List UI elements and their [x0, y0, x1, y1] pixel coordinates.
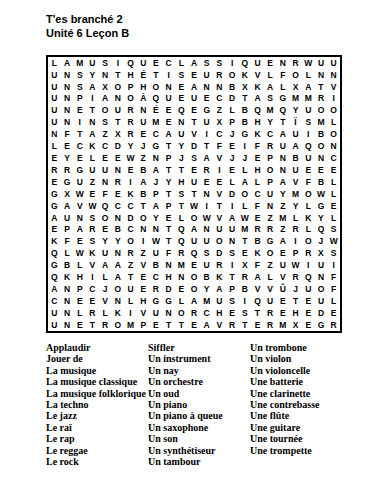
grid-cell: L	[86, 152, 99, 164]
grid-cell: Ï	[289, 117, 302, 129]
grid-cell: P	[226, 283, 239, 295]
grid-cell: C	[150, 128, 163, 140]
grid-cell: R	[99, 319, 112, 331]
grid-cell: T	[188, 188, 201, 200]
grid-cell: B	[315, 128, 328, 140]
grid-cell: R	[124, 105, 137, 117]
grid-cell: Û	[277, 283, 290, 295]
grid-cell: U	[315, 295, 328, 307]
grid-cell: P	[73, 93, 86, 105]
grid-cell: Z	[124, 260, 137, 272]
grid-cell: Q	[48, 271, 61, 283]
grid-cell: U	[48, 81, 61, 93]
grid-cell: N	[277, 152, 290, 164]
grid-cell: G	[238, 128, 251, 140]
grid-cell: I	[86, 93, 99, 105]
grid-cell: Y	[289, 105, 302, 117]
grid-cell: V	[213, 212, 226, 224]
grid-cell: E	[226, 164, 239, 176]
grid-cell: Y	[86, 69, 99, 81]
grid-cell: P	[289, 248, 302, 260]
grid-cell: V	[251, 69, 264, 81]
word-list-item: Une contrebasse	[250, 399, 360, 410]
grid-cell: C	[213, 93, 226, 105]
grid-cell: N	[61, 81, 74, 93]
book-title: T'es branché 2	[46, 13, 123, 25]
grid-cell: K	[251, 128, 264, 140]
grid-cell: W	[238, 212, 251, 224]
grid-cell: O	[111, 319, 124, 331]
grid-cell: B	[61, 260, 74, 272]
grid-cell: A	[137, 176, 150, 188]
grid-cell: Q	[175, 224, 188, 236]
grid-cell: X	[99, 81, 112, 93]
grid-cell: U	[188, 176, 201, 188]
grid-cell: A	[73, 224, 86, 236]
grid-cell: F	[61, 128, 74, 140]
grid-cell: R	[264, 224, 277, 236]
grid-cell: X	[238, 260, 251, 272]
grid-cell: E	[137, 128, 150, 140]
grid-cell: C	[73, 140, 86, 152]
grid-cell: F	[61, 236, 74, 248]
grid-cell: G	[315, 200, 328, 212]
grid-cell: N	[111, 295, 124, 307]
grid-cell: W	[73, 248, 86, 260]
grid-cell: B	[238, 105, 251, 117]
grid-cell: L	[289, 212, 302, 224]
grid-cell: Q	[238, 57, 251, 69]
grid-cell: X	[315, 248, 328, 260]
grid-cell: S	[175, 188, 188, 200]
grid-cell: U	[277, 260, 290, 272]
grid-cell: S	[264, 93, 277, 105]
grid-cell: E	[213, 176, 226, 188]
grid-cell: E	[175, 283, 188, 295]
grid-cell: E	[188, 164, 201, 176]
grid-cell: K	[86, 140, 99, 152]
grid-cell: U	[162, 93, 175, 105]
grid-cell: U	[289, 164, 302, 176]
grid-cell: N	[213, 81, 226, 93]
grid-cell: D	[188, 140, 201, 152]
grid-cell: I	[200, 128, 213, 140]
grid-cell: L	[264, 69, 277, 81]
grid-cell: R	[327, 319, 340, 331]
grid-cell: I	[137, 236, 150, 248]
grid-cell: K	[86, 248, 99, 260]
grid-cell: A	[200, 319, 213, 331]
word-list-item: La musique folklorique	[46, 388, 148, 399]
grid-cell: O	[264, 164, 277, 176]
grid-cell: U	[124, 283, 137, 295]
grid-cell: M	[150, 117, 163, 129]
grid-cell: M	[315, 117, 328, 129]
grid-cell: A	[251, 271, 264, 283]
grid-cell: O	[137, 212, 150, 224]
grid-cell: K	[111, 307, 124, 319]
word-list-item: Un trombone	[250, 342, 360, 353]
grid-cell: E	[99, 152, 112, 164]
grid-cell: G	[315, 319, 328, 331]
grid-cell: G	[150, 295, 163, 307]
grid-cell: T	[188, 117, 201, 129]
grid-cell: N	[111, 164, 124, 176]
grid-cell: A	[99, 93, 112, 105]
grid-cell: E	[162, 117, 175, 129]
grid-cell: L	[264, 271, 277, 283]
grid-cell: R	[289, 271, 302, 283]
grid-cell: V	[73, 200, 86, 212]
grid-cell: C	[150, 271, 163, 283]
grid-cell: X	[213, 117, 226, 129]
grid-cell: U	[48, 319, 61, 331]
grid-cell: A	[61, 57, 74, 69]
grid-cell: Q	[99, 200, 112, 212]
grid-cell: X	[289, 81, 302, 93]
grid-cell: N	[226, 236, 239, 248]
grid-cell: D	[213, 248, 226, 260]
grid-cell: G	[277, 93, 290, 105]
grid-cell: E	[327, 307, 340, 319]
grid-cell: Z	[137, 248, 150, 260]
grid-cell: U	[99, 164, 112, 176]
grid-cell: V	[213, 152, 226, 164]
grid-cell: E	[73, 236, 86, 248]
grid-cell: T	[86, 319, 99, 331]
grid-cell: U	[150, 307, 163, 319]
grid-cell: R	[61, 164, 74, 176]
grid-cell: C	[251, 188, 264, 200]
grid-cell: S	[73, 81, 86, 93]
grid-cell: K	[238, 69, 251, 81]
grid-cell: G	[48, 260, 61, 272]
grid-cell: Q	[124, 57, 137, 69]
grid-cell: J	[175, 152, 188, 164]
grid-cell: V	[188, 128, 201, 140]
grid-cell: N	[61, 69, 74, 81]
grid-cell: A	[226, 212, 239, 224]
grid-cell: J	[150, 176, 163, 188]
grid-cell: R	[264, 307, 277, 319]
grid-cell: U	[48, 93, 61, 105]
grid-cell: Y	[200, 283, 213, 295]
grid-cell: K	[251, 248, 264, 260]
grid-cell: C	[162, 57, 175, 69]
grid-cell: O	[302, 236, 315, 248]
grid-cell: L	[226, 176, 239, 188]
grid-cell: N	[111, 93, 124, 105]
grid-cell: I	[226, 260, 239, 272]
grid-cell: S	[73, 69, 86, 81]
grid-cell: G	[264, 236, 277, 248]
grid-cell: L	[302, 69, 315, 81]
grid-cell: U	[48, 307, 61, 319]
grid-cell: E	[277, 248, 290, 260]
grid-cell: E	[137, 283, 150, 295]
grid-cell: É	[137, 69, 150, 81]
grid-cell: L	[226, 105, 239, 117]
grid-cell: A	[188, 81, 201, 93]
grid-cell: U	[315, 57, 328, 69]
grid-cell: H	[251, 117, 264, 129]
grid-cell: A	[188, 224, 201, 236]
grid-cell: V	[213, 188, 226, 200]
grid-cell: O	[289, 69, 302, 81]
grid-cell: O	[150, 81, 163, 93]
grid-cell: R	[86, 307, 99, 319]
word-search-grid: LAMUSIQUECLASSIQUENRWUUUNSYNTHÉTISEUROKV…	[46, 55, 342, 333]
grid-cell: U	[302, 105, 315, 117]
word-list-item: Une batterie	[250, 376, 360, 387]
grid-cell: G	[61, 176, 74, 188]
grid-cell: U	[226, 224, 239, 236]
grid-cell: Q	[251, 295, 264, 307]
grid-cell: U	[86, 164, 99, 176]
grid-cell: N	[150, 224, 163, 236]
grid-cell: Y	[61, 152, 74, 164]
grid-cell: E	[188, 319, 201, 331]
grid-cell: U	[315, 260, 328, 272]
grid-cell: N	[61, 319, 74, 331]
grid-cell: I	[111, 57, 124, 69]
grid-cell: O	[238, 188, 251, 200]
grid-cell: V	[99, 295, 112, 307]
grid-cell: A	[111, 260, 124, 272]
word-list-column-1: ApplaudirJouer deLa musiqueLa musique cl…	[46, 342, 148, 467]
grid-cell: K	[61, 271, 74, 283]
grid-cell: H	[73, 271, 86, 283]
word-list-item: Applaudir	[46, 342, 148, 353]
grid-cell: A	[150, 164, 163, 176]
grid-cell: U	[137, 117, 150, 129]
grid-cell: E	[226, 140, 239, 152]
grid-cell: E	[86, 295, 99, 307]
word-list-item: Une clarinette	[250, 388, 360, 399]
grid-cell: V	[137, 307, 150, 319]
word-list-item: Un instrument	[148, 353, 250, 364]
grid-cell: E	[188, 69, 201, 81]
grid-cell: É	[150, 105, 163, 117]
grid-cell: U	[188, 93, 201, 105]
grid-cell: P	[137, 319, 150, 331]
grid-cell: X	[238, 81, 251, 93]
grid-cell: O	[188, 212, 201, 224]
grid-cell: R	[213, 260, 226, 272]
grid-cell: E	[315, 164, 328, 176]
grid-cell: N	[175, 271, 188, 283]
grid-cell: Z	[277, 224, 290, 236]
grid-cell: M	[302, 93, 315, 105]
grid-cell: N	[61, 93, 74, 105]
grid-cell: I	[302, 260, 315, 272]
grid-cell: F	[277, 69, 290, 81]
grid-cell: X	[289, 319, 302, 331]
word-list-column-2: SifflerUn instrumentUn nayUn orchestreUn…	[148, 342, 250, 467]
grid-cell: L	[327, 176, 340, 188]
grid-cell: L	[277, 81, 290, 93]
grid-cell: S	[226, 248, 239, 260]
grid-cell: U	[61, 212, 74, 224]
grid-cell: T	[162, 319, 175, 331]
grid-cell: L	[175, 212, 188, 224]
grid-cell: À	[137, 93, 150, 105]
grid-cell: S	[213, 57, 226, 69]
grid-cell: O	[124, 93, 137, 105]
grid-cell: Y	[315, 212, 328, 224]
grid-cell: K	[124, 188, 137, 200]
grid-cell: G	[48, 200, 61, 212]
grid-cell: N	[162, 260, 175, 272]
grid-cell: W	[327, 236, 340, 248]
grid-cell: T	[315, 81, 328, 93]
grid-cell: N	[99, 69, 112, 81]
grid-cell: S	[200, 248, 213, 260]
grid-cell: E	[150, 57, 163, 69]
grid-cell: E	[73, 295, 86, 307]
grid-cell: E	[302, 307, 315, 319]
grid-cell: T	[73, 128, 86, 140]
grid-cell: A	[150, 200, 163, 212]
grid-cell: D	[111, 140, 124, 152]
grid-cell: C	[200, 307, 213, 319]
grid-cell: Z	[86, 176, 99, 188]
grid-cell: E	[162, 212, 175, 224]
grid-cell: N	[200, 188, 213, 200]
grid-cell: E	[73, 105, 86, 117]
grid-cell: W	[302, 57, 315, 69]
grid-cell: U	[302, 283, 315, 295]
grid-cell: N	[48, 128, 61, 140]
grid-cell: I	[327, 93, 340, 105]
grid-cell: E	[137, 271, 150, 283]
grid-cell: F	[251, 140, 264, 152]
grid-cell: B	[150, 260, 163, 272]
grid-cell: M	[289, 188, 302, 200]
grid-cell: E	[238, 248, 251, 260]
grid-cell: A	[188, 57, 201, 69]
grid-cell: I	[200, 200, 213, 212]
grid-cell: B	[226, 81, 239, 93]
grid-cell: R	[200, 164, 213, 176]
grid-cell: Y	[175, 140, 188, 152]
grid-cell: E	[48, 224, 61, 236]
grid-cell: N	[61, 117, 74, 129]
grid-cell: E	[226, 307, 239, 319]
grid-cell: P	[73, 283, 86, 295]
grid-cell: U	[200, 117, 213, 129]
grid-cell: U	[137, 57, 150, 69]
grid-cell: G	[48, 188, 61, 200]
grid-cell: C	[48, 295, 61, 307]
grid-cell: F	[302, 176, 315, 188]
grid-cell: Z	[213, 105, 226, 117]
grid-cell: N	[111, 248, 124, 260]
word-list-item: Un orchestre	[148, 376, 250, 387]
grid-cell: T	[238, 93, 251, 105]
grid-cell: A	[238, 176, 251, 188]
grid-cell: W	[200, 212, 213, 224]
grid-cell: B	[137, 164, 150, 176]
grid-cell: Q	[175, 105, 188, 117]
grid-cell: K	[48, 236, 61, 248]
grid-cell: A	[86, 128, 99, 140]
grid-cell: T	[162, 140, 175, 152]
grid-cell: U	[200, 236, 213, 248]
grid-cell: R	[264, 140, 277, 152]
grid-cell: K	[251, 81, 264, 93]
grid-cell: U	[251, 57, 264, 69]
grid-cell: I	[226, 200, 239, 212]
grid-cell: M	[277, 212, 290, 224]
word-list-item: Jouer de	[46, 353, 148, 364]
grid-cell: I	[213, 164, 226, 176]
grid-cell: U	[99, 248, 112, 260]
word-list-item: Un piano à queue	[148, 410, 250, 421]
grid-cell: F	[99, 188, 112, 200]
grid-cell: A	[200, 152, 213, 164]
word-list-item: Le rap	[46, 433, 148, 444]
grid-cell: N	[137, 105, 150, 117]
grid-cell: A	[99, 260, 112, 272]
grid-cell: O	[213, 236, 226, 248]
grid-cell: H	[162, 271, 175, 283]
grid-cell: W	[315, 188, 328, 200]
grid-cell: Z	[277, 200, 290, 212]
grid-cell: Q	[302, 271, 315, 283]
grid-cell: F	[213, 140, 226, 152]
grid-cell: Y	[277, 188, 290, 200]
grid-cell: Q	[188, 248, 201, 260]
grid-cell: N	[315, 69, 328, 81]
grid-cell: Y	[124, 140, 137, 152]
grid-cell: J	[289, 283, 302, 295]
grid-cell: W	[289, 260, 302, 272]
grid-cell: V	[289, 176, 302, 188]
grid-cell: S	[200, 57, 213, 69]
word-list-item: Siffler	[148, 342, 250, 353]
grid-cell: N	[137, 224, 150, 236]
grid-cell: A	[289, 140, 302, 152]
grid-cell: C	[99, 140, 112, 152]
grid-cell: R	[289, 224, 302, 236]
grid-cell: R	[150, 283, 163, 295]
grid-cell: N	[61, 105, 74, 117]
grid-cell: O	[315, 140, 328, 152]
grid-cell: E	[48, 152, 61, 164]
grid-cell: R	[175, 248, 188, 260]
grid-cell: E	[327, 164, 340, 176]
grid-cell: B	[251, 236, 264, 248]
grid-cell: H	[137, 81, 150, 93]
grid-cell: H	[213, 307, 226, 319]
grid-cell: M	[200, 295, 213, 307]
grid-cell: O	[111, 283, 124, 295]
grid-cell: N	[99, 176, 112, 188]
grid-cell: A	[48, 283, 61, 295]
word-list-item: Un son	[148, 433, 250, 444]
grid-cell: A	[277, 128, 290, 140]
grid-cell: H	[251, 164, 264, 176]
grid-cell: S	[302, 117, 315, 129]
grid-cell: N	[327, 140, 340, 152]
grid-cell: A	[61, 200, 74, 212]
grid-cell: G	[162, 295, 175, 307]
grid-cell: S	[327, 248, 340, 260]
grid-cell: E	[86, 188, 99, 200]
grid-cell: R	[48, 164, 61, 176]
grid-cell: E	[150, 319, 163, 331]
